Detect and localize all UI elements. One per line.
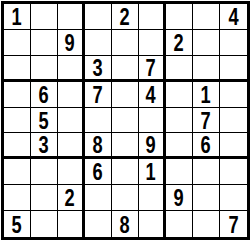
sudoku-cell-r6c4[interactable]: 8	[85, 133, 112, 159]
sudoku-cell-r6c7[interactable]	[166, 133, 193, 159]
sudoku-cell-r8c5[interactable]	[112, 185, 139, 211]
cell-digit: 5	[12, 212, 22, 237]
sudoku-cell-r5c7[interactable]	[166, 108, 193, 134]
sudoku-cell-r1c4[interactable]	[85, 4, 112, 30]
cell-digit: 6	[93, 159, 103, 184]
sudoku-cell-r1c8[interactable]	[193, 4, 220, 30]
sudoku-cell-r9c1[interactable]: 5	[4, 211, 31, 237]
cell-digit: 3	[39, 133, 49, 157]
sudoku-cell-r1c2[interactable]	[31, 4, 58, 30]
sudoku-cell-r6c6[interactable]: 9	[139, 133, 166, 159]
sudoku-cell-r2c7[interactable]: 2	[166, 30, 193, 56]
cell-digit: 1	[146, 159, 156, 184]
sudoku-cell-r4c6[interactable]: 4	[139, 82, 166, 108]
sudoku-cell-r9c5[interactable]: 8	[112, 211, 139, 237]
sudoku-cell-r5c9[interactable]	[220, 108, 247, 134]
sudoku-cell-r8c4[interactable]	[85, 185, 112, 211]
sudoku-cell-r5c6[interactable]	[139, 108, 166, 134]
cell-digit: 3	[93, 56, 103, 80]
sudoku-cell-r7c7[interactable]	[166, 159, 193, 185]
sudoku-cell-r1c6[interactable]	[139, 4, 166, 30]
sudoku-cell-r5c8[interactable]: 7	[193, 108, 220, 134]
sudoku-cell-r9c2[interactable]	[31, 211, 58, 237]
cell-digit: 8	[93, 133, 103, 157]
sudoku-cell-r7c2[interactable]	[31, 159, 58, 185]
sudoku-cell-r4c3[interactable]	[58, 82, 85, 108]
sudoku-cell-r8c2[interactable]	[31, 185, 58, 211]
sudoku-cell-r3c1[interactable]	[4, 56, 31, 82]
sudoku-cell-r4c4[interactable]: 7	[85, 82, 112, 108]
sudoku-cell-r1c5[interactable]: 2	[112, 4, 139, 30]
sudoku-cell-r1c3[interactable]	[58, 4, 85, 30]
sudoku-cell-r4c7[interactable]	[166, 82, 193, 108]
sudoku-board: 124923767415738966129587	[1, 1, 250, 240]
cell-digit: 7	[228, 212, 238, 237]
sudoku-cell-r4c9[interactable]	[220, 82, 247, 108]
sudoku-cell-r9c7[interactable]	[166, 211, 193, 237]
sudoku-cell-r8c8[interactable]	[193, 185, 220, 211]
cell-digit: 4	[146, 82, 156, 107]
sudoku-cell-r9c3[interactable]	[58, 211, 85, 237]
sudoku-cell-r3c8[interactable]	[193, 56, 220, 82]
sudoku-cell-r2c1[interactable]	[4, 30, 31, 56]
sudoku-cell-r4c1[interactable]	[4, 82, 31, 108]
sudoku-cell-r8c7[interactable]: 9	[166, 185, 193, 211]
sudoku-cell-r2c9[interactable]	[220, 30, 247, 56]
sudoku-cell-r5c1[interactable]	[4, 108, 31, 134]
sudoku-cell-r7c4[interactable]: 6	[85, 159, 112, 185]
sudoku-cell-r4c2[interactable]: 6	[31, 82, 58, 108]
cell-digit: 5	[39, 108, 49, 133]
cell-digit: 2	[120, 4, 130, 29]
sudoku-cell-r2c2[interactable]	[31, 30, 58, 56]
cell-digit: 2	[174, 30, 184, 55]
cell-digit: 7	[146, 56, 156, 80]
sudoku-cell-r4c8[interactable]: 1	[193, 82, 220, 108]
sudoku-cell-r3c5[interactable]	[112, 56, 139, 82]
sudoku-cell-r2c3[interactable]: 9	[58, 30, 85, 56]
cell-digit: 1	[201, 82, 211, 107]
sudoku-cell-r8c6[interactable]	[139, 185, 166, 211]
cell-digit: 9	[65, 30, 75, 55]
sudoku-cell-r7c3[interactable]	[58, 159, 85, 185]
sudoku-cell-r3c4[interactable]: 3	[85, 56, 112, 82]
sudoku-cell-r1c1[interactable]: 1	[4, 4, 31, 30]
sudoku-cell-r3c7[interactable]	[166, 56, 193, 82]
sudoku-cell-r2c4[interactable]	[85, 30, 112, 56]
sudoku-cell-r2c6[interactable]	[139, 30, 166, 56]
sudoku-cell-r6c5[interactable]	[112, 133, 139, 159]
sudoku-cell-r7c8[interactable]	[193, 159, 220, 185]
cell-digit: 2	[65, 185, 75, 210]
cell-digit: 9	[146, 133, 156, 157]
cell-digit: 9	[174, 185, 184, 210]
sudoku-cell-r4c5[interactable]	[112, 82, 139, 108]
sudoku-cell-r7c1[interactable]	[4, 159, 31, 185]
sudoku-cell-r8c9[interactable]	[220, 185, 247, 211]
sudoku-cell-r8c3[interactable]: 2	[58, 185, 85, 211]
cell-digit: 1	[12, 4, 22, 29]
sudoku-cell-r7c5[interactable]	[112, 159, 139, 185]
sudoku-cell-r5c2[interactable]: 5	[31, 108, 58, 134]
sudoku-cell-r2c8[interactable]	[193, 30, 220, 56]
sudoku-cell-r7c6[interactable]: 1	[139, 159, 166, 185]
sudoku-cell-r9c8[interactable]	[193, 211, 220, 237]
sudoku-cell-r5c5[interactable]	[112, 108, 139, 134]
cell-digit: 4	[228, 4, 238, 29]
sudoku-cell-r8c1[interactable]	[4, 185, 31, 211]
sudoku-cell-r3c6[interactable]: 7	[139, 56, 166, 82]
sudoku-cell-r5c3[interactable]	[58, 108, 85, 134]
sudoku-cell-r7c9[interactable]	[220, 159, 247, 185]
sudoku-cell-r3c9[interactable]	[220, 56, 247, 82]
cell-digit: 7	[201, 108, 211, 133]
sudoku-cell-r1c9[interactable]: 4	[220, 4, 247, 30]
sudoku-cell-r9c6[interactable]	[139, 211, 166, 237]
cell-digit: 6	[201, 133, 211, 157]
sudoku-page: 124923767415738966129587	[0, 0, 250, 240]
sudoku-cell-r6c8[interactable]: 6	[193, 133, 220, 159]
sudoku-cell-r5c4[interactable]	[85, 108, 112, 134]
sudoku-cell-r3c3[interactable]	[58, 56, 85, 82]
sudoku-cell-r3c2[interactable]	[31, 56, 58, 82]
sudoku-cell-r6c1[interactable]	[4, 133, 31, 159]
sudoku-cell-r1c7[interactable]	[166, 4, 193, 30]
sudoku-cell-r9c4[interactable]	[85, 211, 112, 237]
cell-digit: 6	[39, 82, 49, 107]
cell-digit: 8	[120, 212, 130, 237]
sudoku-cell-r6c9[interactable]	[220, 133, 247, 159]
cell-digit: 7	[93, 82, 103, 107]
sudoku-cell-r2c5[interactable]	[112, 30, 139, 56]
sudoku-cell-r6c2[interactable]: 3	[31, 133, 58, 159]
sudoku-cell-r9c9[interactable]: 7	[220, 211, 247, 237]
sudoku-cell-r6c3[interactable]	[58, 133, 85, 159]
